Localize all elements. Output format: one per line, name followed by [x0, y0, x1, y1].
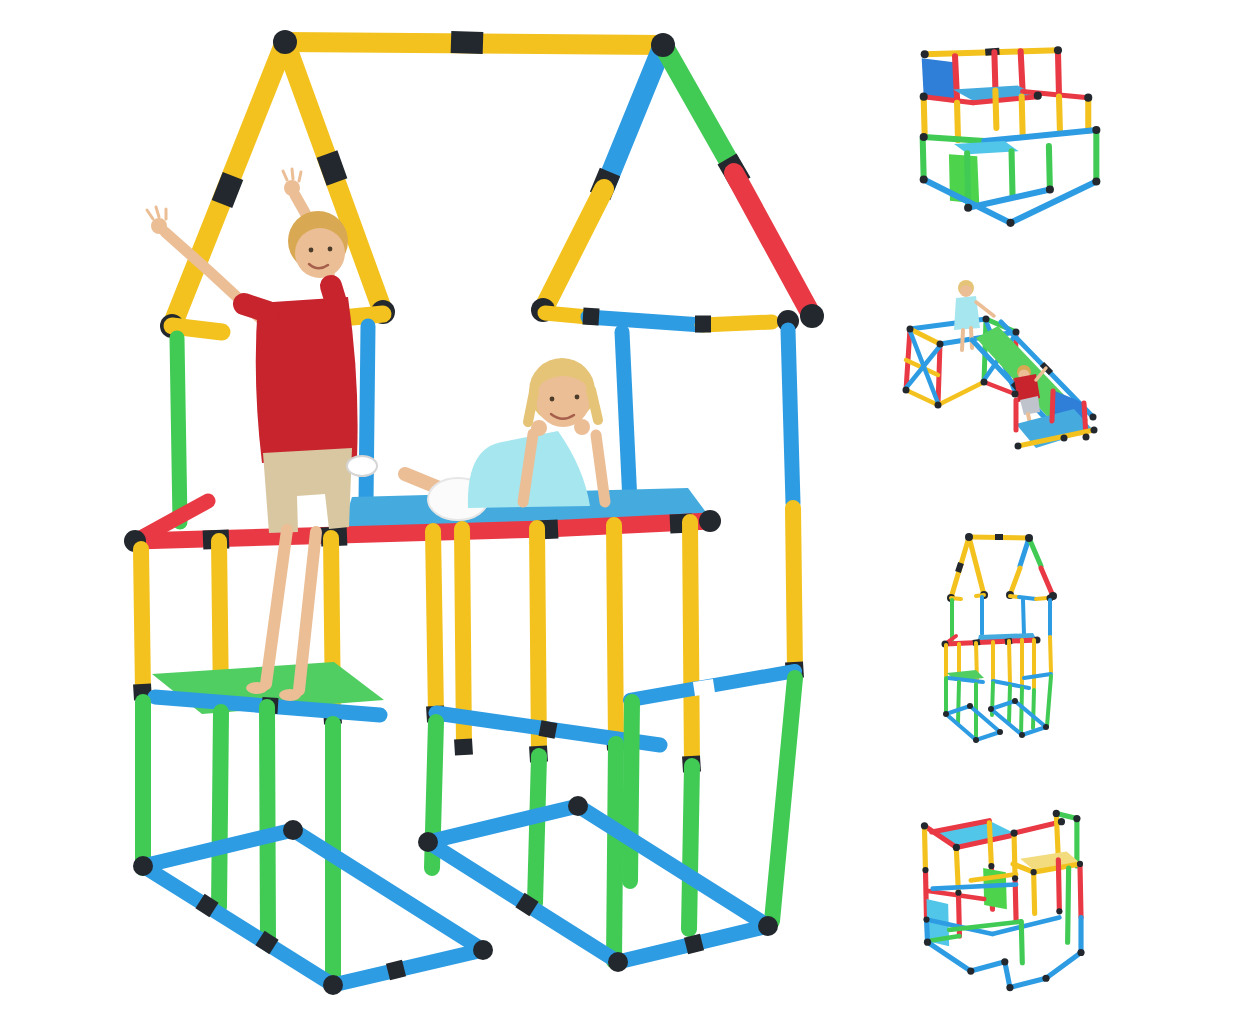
product-image-collage: [0, 0, 1255, 1024]
main-photo-drawing: [0, 0, 870, 1015]
thumbnail-structure: [942, 533, 1058, 743]
thumbnail-3-drawing: [918, 528, 1083, 752]
thumbnail-4[interactable]: [912, 798, 1112, 1004]
thumbnail-structure: [921, 810, 1085, 991]
thumbnail-1[interactable]: [905, 28, 1110, 240]
roof-structure: [160, 30, 824, 338]
girl-figure: [347, 358, 605, 520]
thumbnail-structure: [903, 280, 1098, 450]
base-frame: [133, 796, 778, 995]
upper-posts: [141, 508, 795, 772]
thumbnail-2[interactable]: [888, 272, 1113, 492]
thumbnail-4-drawing: [912, 798, 1112, 1004]
main-product-photo: [0, 0, 870, 1015]
thumbnail-3[interactable]: [918, 528, 1083, 752]
thumbnail-1-drawing: [905, 28, 1110, 240]
thumbnail-2-drawing: [888, 272, 1113, 492]
thumbnail-structure: [920, 46, 1101, 227]
